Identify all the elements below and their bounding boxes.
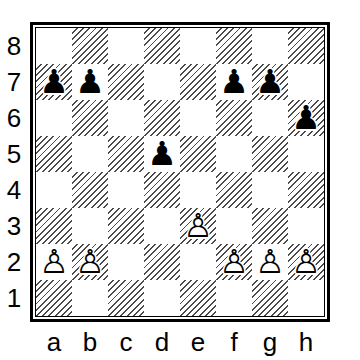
square-f1[interactable] xyxy=(216,280,252,316)
square-e6[interactable] xyxy=(180,100,216,136)
file-label-a: a xyxy=(36,326,72,358)
chess-diagram: 87654321 ♟♟♟♟♟♟♟♙♟♙♟♙♟♙♟♙♟♙ abcdefgh xyxy=(0,0,360,360)
file-label-d: d xyxy=(144,326,180,358)
square-d1[interactable] xyxy=(144,280,180,316)
square-d2[interactable] xyxy=(144,244,180,280)
square-f4[interactable] xyxy=(216,172,252,208)
black-pawn-glyph: ♟ xyxy=(36,63,72,99)
file-label-b: b xyxy=(72,326,108,358)
square-h1[interactable] xyxy=(288,280,324,316)
white-pawn-outline-glyph: ♙ xyxy=(216,243,252,279)
white-pawn-outline-glyph: ♙ xyxy=(252,243,288,279)
square-f6[interactable] xyxy=(216,100,252,136)
square-c7[interactable] xyxy=(108,64,144,100)
rank-label-5: 5 xyxy=(0,136,28,172)
square-a5[interactable] xyxy=(36,136,72,172)
piece-black-pawn-g7[interactable]: ♟ xyxy=(252,64,288,100)
square-d5[interactable]: ♟ xyxy=(144,136,180,172)
white-pawn-outline-glyph: ♙ xyxy=(180,207,216,243)
square-d3[interactable] xyxy=(144,208,180,244)
square-h5[interactable] xyxy=(288,136,324,172)
square-h3[interactable] xyxy=(288,208,324,244)
square-f7[interactable]: ♟ xyxy=(216,64,252,100)
square-b5[interactable] xyxy=(72,136,108,172)
file-labels: abcdefgh xyxy=(36,326,324,358)
square-e5[interactable] xyxy=(180,136,216,172)
square-e4[interactable] xyxy=(180,172,216,208)
file-label-g: g xyxy=(252,326,288,358)
square-g3[interactable] xyxy=(252,208,288,244)
square-f3[interactable] xyxy=(216,208,252,244)
square-a3[interactable] xyxy=(36,208,72,244)
rank-label-4: 4 xyxy=(0,172,28,208)
piece-black-pawn-b7[interactable]: ♟ xyxy=(72,64,108,100)
square-b8[interactable] xyxy=(72,28,108,64)
black-pawn-glyph: ♟ xyxy=(288,99,324,135)
square-b6[interactable] xyxy=(72,100,108,136)
file-label-e: e xyxy=(180,326,216,358)
piece-white-pawn-b2[interactable]: ♟♙ xyxy=(72,244,108,280)
chess-board[interactable]: ♟♟♟♟♟♟♟♙♟♙♟♙♟♙♟♙♟♙ xyxy=(36,28,324,316)
board-frame: ♟♟♟♟♟♟♟♙♟♙♟♙♟♙♟♙♟♙ xyxy=(30,22,330,322)
square-c5[interactable] xyxy=(108,136,144,172)
square-b4[interactable] xyxy=(72,172,108,208)
black-pawn-glyph: ♟ xyxy=(216,63,252,99)
square-e3[interactable]: ♟♙ xyxy=(180,208,216,244)
square-b3[interactable] xyxy=(72,208,108,244)
square-g5[interactable] xyxy=(252,136,288,172)
rank-label-6: 6 xyxy=(0,100,28,136)
rank-label-8: 8 xyxy=(0,28,28,64)
square-a2[interactable]: ♟♙ xyxy=(36,244,72,280)
white-pawn-outline-glyph: ♙ xyxy=(72,243,108,279)
rank-labels: 87654321 xyxy=(0,28,28,316)
rank-label-3: 3 xyxy=(0,208,28,244)
square-c6[interactable] xyxy=(108,100,144,136)
square-a1[interactable] xyxy=(36,280,72,316)
square-g8[interactable] xyxy=(252,28,288,64)
square-e1[interactable] xyxy=(180,280,216,316)
square-f8[interactable] xyxy=(216,28,252,64)
square-b7[interactable]: ♟ xyxy=(72,64,108,100)
square-h6[interactable]: ♟ xyxy=(288,100,324,136)
square-f2[interactable]: ♟♙ xyxy=(216,244,252,280)
file-label-f: f xyxy=(216,326,252,358)
square-e2[interactable] xyxy=(180,244,216,280)
piece-black-pawn-f7[interactable]: ♟ xyxy=(216,64,252,100)
rank-label-2: 2 xyxy=(0,244,28,280)
square-f5[interactable] xyxy=(216,136,252,172)
square-d4[interactable] xyxy=(144,172,180,208)
black-pawn-glyph: ♟ xyxy=(72,63,108,99)
square-c4[interactable] xyxy=(108,172,144,208)
piece-white-pawn-f2[interactable]: ♟♙ xyxy=(216,244,252,280)
square-b2[interactable]: ♟♙ xyxy=(72,244,108,280)
square-a8[interactable] xyxy=(36,28,72,64)
white-pawn-outline-glyph: ♙ xyxy=(288,243,324,279)
square-a7[interactable]: ♟ xyxy=(36,64,72,100)
piece-black-pawn-a7[interactable]: ♟ xyxy=(36,64,72,100)
black-pawn-glyph: ♟ xyxy=(144,135,180,171)
rank-label-1: 1 xyxy=(0,280,28,316)
square-h7[interactable] xyxy=(288,64,324,100)
white-pawn-outline-glyph: ♙ xyxy=(36,243,72,279)
square-g7[interactable]: ♟ xyxy=(252,64,288,100)
square-a4[interactable] xyxy=(36,172,72,208)
board-inner-border: ♟♟♟♟♟♟♟♙♟♙♟♙♟♙♟♙♟♙ xyxy=(35,27,325,317)
square-c2[interactable] xyxy=(108,244,144,280)
square-d6[interactable] xyxy=(144,100,180,136)
piece-black-pawn-h6[interactable]: ♟ xyxy=(288,100,324,136)
square-c3[interactable] xyxy=(108,208,144,244)
rank-label-7: 7 xyxy=(0,64,28,100)
square-h8[interactable] xyxy=(288,28,324,64)
black-pawn-glyph: ♟ xyxy=(252,63,288,99)
file-label-h: h xyxy=(288,326,324,358)
square-g4[interactable] xyxy=(252,172,288,208)
square-d7[interactable] xyxy=(144,64,180,100)
piece-white-pawn-g2[interactable]: ♟♙ xyxy=(252,244,288,280)
square-g2[interactable]: ♟♙ xyxy=(252,244,288,280)
square-g1[interactable] xyxy=(252,280,288,316)
square-e7[interactable] xyxy=(180,64,216,100)
piece-black-pawn-d5[interactable]: ♟ xyxy=(144,136,180,172)
piece-white-pawn-h2[interactable]: ♟♙ xyxy=(288,244,324,280)
square-c8[interactable] xyxy=(108,28,144,64)
square-g6[interactable] xyxy=(252,100,288,136)
square-d8[interactable] xyxy=(144,28,180,64)
square-b1[interactable] xyxy=(72,280,108,316)
square-c1[interactable] xyxy=(108,280,144,316)
square-a6[interactable] xyxy=(36,100,72,136)
square-e8[interactable] xyxy=(180,28,216,64)
square-h2[interactable]: ♟♙ xyxy=(288,244,324,280)
piece-white-pawn-a2[interactable]: ♟♙ xyxy=(36,244,72,280)
file-label-c: c xyxy=(108,326,144,358)
square-h4[interactable] xyxy=(288,172,324,208)
piece-white-pawn-e3[interactable]: ♟♙ xyxy=(180,208,216,244)
